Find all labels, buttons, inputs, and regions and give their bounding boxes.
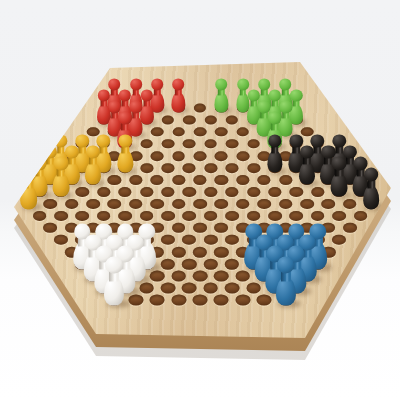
board-hole[interactable]	[172, 151, 185, 161]
peg-head	[151, 78, 163, 90]
board-hole[interactable]	[193, 295, 208, 306]
board-hole[interactable]	[204, 211, 218, 221]
board-hole[interactable]	[118, 211, 132, 221]
peg-head	[300, 145, 314, 159]
board-hole[interactable]	[215, 127, 228, 136]
board-hole[interactable]	[300, 199, 314, 209]
board-hole[interactable]	[204, 139, 217, 148]
board-hole[interactable]	[332, 235, 346, 245]
peg-head	[118, 134, 132, 147]
board-hole[interactable]	[161, 187, 174, 197]
board-hole[interactable]	[214, 271, 229, 282]
board-hole[interactable]	[215, 199, 229, 209]
peg-head	[332, 156, 346, 170]
board-hole[interactable]	[161, 259, 175, 270]
board-hole[interactable]	[204, 115, 216, 124]
peg-yellow[interactable]	[85, 145, 101, 185]
board-hole[interactable]	[172, 223, 186, 233]
board-hole[interactable]	[172, 199, 186, 209]
board-hole[interactable]	[151, 127, 164, 136]
peg-body	[363, 185, 380, 209]
peg-blue[interactable]	[276, 256, 296, 306]
board-hole[interactable]	[183, 187, 196, 197]
board-hole[interactable]	[322, 199, 336, 209]
peg-neck	[25, 179, 33, 188]
board-hole[interactable]	[226, 115, 238, 124]
board-hole[interactable]	[151, 175, 164, 185]
board-hole[interactable]	[203, 283, 218, 294]
board-hole[interactable]	[343, 223, 357, 233]
board-hole[interactable]	[140, 211, 154, 221]
board-hole[interactable]	[182, 259, 196, 270]
board-hole[interactable]	[150, 199, 164, 209]
board-hole[interactable]	[214, 247, 228, 258]
peg-body	[299, 162, 315, 185]
peg-black[interactable]	[331, 156, 347, 197]
board-hole[interactable]	[161, 211, 175, 221]
board-hole[interactable]	[343, 199, 357, 209]
peg-head	[32, 156, 46, 170]
board-hole[interactable]	[182, 211, 196, 221]
board-hole[interactable]	[247, 187, 260, 197]
peg-head	[277, 256, 295, 273]
peg-green[interactable]	[215, 78, 229, 112]
board-hole[interactable]	[128, 295, 143, 306]
board-hole[interactable]	[140, 163, 153, 173]
peg-head	[364, 167, 379, 181]
board-hole[interactable]	[247, 163, 260, 173]
board-hole[interactable]	[33, 211, 47, 221]
peg-body	[267, 151, 283, 173]
board-hole[interactable]	[268, 187, 281, 197]
peg-white[interactable]	[104, 256, 124, 306]
board-hole[interactable]	[97, 187, 110, 197]
peg-head	[106, 256, 124, 273]
board-hole[interactable]	[311, 187, 324, 197]
board-hole[interactable]	[183, 139, 196, 148]
board-hole[interactable]	[268, 211, 282, 221]
peg-yellow[interactable]	[53, 156, 69, 197]
board-hole[interactable]	[129, 199, 143, 209]
peg-black[interactable]	[363, 167, 380, 209]
board-hole[interactable]	[194, 104, 206, 113]
board-hole[interactable]	[108, 175, 121, 185]
peg-body	[104, 278, 124, 306]
board-hole[interactable]	[236, 199, 250, 209]
board-hole[interactable]	[247, 211, 261, 221]
board-hole[interactable]	[129, 175, 142, 185]
board-hole[interactable]	[161, 235, 175, 245]
board-hole[interactable]	[161, 163, 174, 173]
board-hole[interactable]	[226, 163, 239, 173]
peg-yellow[interactable]	[117, 134, 133, 173]
board-hole[interactable]	[247, 139, 260, 148]
peg-head	[173, 78, 185, 90]
board-hole[interactable]	[290, 187, 303, 197]
peg-head	[268, 134, 282, 147]
peg-black[interactable]	[299, 145, 315, 185]
board-hole[interactable]	[182, 235, 196, 245]
board-hole[interactable]	[194, 127, 207, 136]
board-hole[interactable]	[236, 151, 249, 161]
board-hole[interactable]	[171, 271, 186, 282]
board-hole[interactable]	[226, 139, 239, 148]
board-hole[interactable]	[257, 199, 271, 209]
board-hole[interactable]	[97, 211, 111, 221]
peg-body	[117, 151, 133, 173]
board-hole[interactable]	[279, 199, 293, 209]
board-hole[interactable]	[65, 199, 79, 209]
peg-head	[215, 78, 227, 90]
board-hole[interactable]	[161, 139, 174, 148]
peg-body	[85, 162, 101, 185]
peg-body	[172, 93, 186, 112]
board-hole[interactable]	[225, 235, 239, 245]
board-hole[interactable]	[75, 211, 89, 221]
board-hole[interactable]	[236, 271, 251, 282]
peg-head	[108, 78, 120, 90]
board-hole[interactable]	[203, 259, 217, 270]
board-hole[interactable]	[150, 271, 165, 282]
board-hole[interactable]	[214, 223, 228, 233]
board-hole[interactable]	[140, 187, 153, 197]
peg-body	[331, 174, 347, 197]
peg-head	[258, 78, 270, 90]
board-hole[interactable]	[215, 151, 228, 161]
board-hole[interactable]	[140, 139, 153, 148]
board-hole[interactable]	[193, 199, 207, 209]
peg-body	[215, 93, 229, 112]
board-hole[interactable]	[194, 151, 207, 161]
board-hole[interactable]	[171, 295, 186, 306]
photo-background	[0, 0, 400, 400]
peg-head	[21, 167, 36, 181]
board-hole[interactable]	[204, 163, 217, 173]
board-hole[interactable]	[246, 283, 261, 294]
board-hole[interactable]	[182, 283, 197, 294]
board-hole[interactable]	[76, 187, 89, 197]
board-hole[interactable]	[43, 199, 57, 209]
board-hole[interactable]	[204, 235, 218, 245]
peg-head	[54, 156, 68, 170]
peg-head	[119, 112, 132, 125]
board-hole[interactable]	[54, 211, 68, 221]
board-hole[interactable]	[354, 211, 368, 221]
peg-yellow[interactable]	[20, 167, 37, 209]
board-hole[interactable]	[204, 187, 217, 197]
board-hole[interactable]	[193, 271, 208, 282]
board-hole[interactable]	[108, 199, 122, 209]
board-hole[interactable]	[289, 211, 303, 221]
board-hole[interactable]	[183, 163, 196, 173]
board-hole[interactable]	[258, 175, 271, 185]
peg-body	[53, 174, 69, 197]
peg-body	[20, 185, 37, 209]
board-hole[interactable]	[225, 187, 238, 197]
board-hole[interactable]	[215, 175, 228, 185]
board-hole[interactable]	[235, 295, 250, 306]
board-hole[interactable]	[311, 211, 325, 221]
board-hole[interactable]	[183, 115, 195, 124]
peg-head	[268, 112, 281, 125]
peg-head	[237, 78, 249, 90]
peg-red[interactable]	[172, 78, 186, 112]
board-hole[interactable]	[257, 295, 272, 306]
board-hole[interactable]	[86, 199, 100, 209]
board-hole[interactable]	[139, 283, 154, 294]
board-hole[interactable]	[193, 175, 206, 185]
board-hole[interactable]	[236, 175, 249, 185]
peg-head	[130, 78, 142, 90]
peg-black[interactable]	[267, 134, 283, 173]
peg-head	[280, 78, 292, 90]
board-hole[interactable]	[237, 127, 250, 136]
board-hole[interactable]	[172, 127, 185, 136]
board-hole[interactable]	[171, 247, 185, 258]
board-hole[interactable]	[332, 211, 346, 221]
board-hole[interactable]	[225, 283, 240, 294]
board-hole[interactable]	[43, 223, 57, 233]
board-hole[interactable]	[193, 247, 207, 258]
peg-body	[276, 278, 296, 306]
board-hole[interactable]	[214, 295, 229, 306]
board-hole[interactable]	[172, 175, 185, 185]
board-hole[interactable]	[225, 259, 239, 270]
board-hole[interactable]	[118, 187, 131, 197]
board-hole[interactable]	[162, 115, 174, 124]
board-hole[interactable]	[150, 295, 165, 306]
board-hole[interactable]	[54, 235, 68, 245]
board-hole[interactable]	[193, 223, 207, 233]
peg-head	[86, 145, 100, 159]
board-hole[interactable]	[279, 175, 292, 185]
board-hole[interactable]	[151, 151, 164, 161]
board-hole[interactable]	[160, 283, 175, 294]
board-hole[interactable]	[225, 211, 239, 221]
